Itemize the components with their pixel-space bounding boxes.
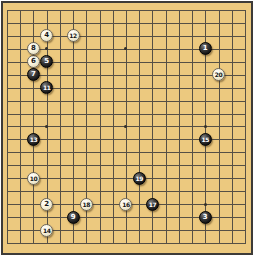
grid-cell bbox=[7, 191, 20, 204]
grid-cell bbox=[166, 139, 179, 152]
grid-cell bbox=[219, 139, 232, 152]
stone-move-number: 15 bbox=[202, 134, 210, 145]
stone-move-number: 10 bbox=[30, 173, 38, 184]
stone-move-number: 14 bbox=[43, 224, 51, 235]
grid-cell bbox=[205, 230, 218, 243]
grid-cell bbox=[152, 165, 165, 178]
grid-cell bbox=[219, 23, 232, 36]
grid-cell bbox=[179, 49, 192, 62]
grid-cell bbox=[232, 217, 245, 230]
stone-move-number: 11 bbox=[43, 82, 51, 93]
grid-cell bbox=[179, 204, 192, 217]
grid-cell bbox=[60, 101, 73, 114]
grid-cell bbox=[139, 139, 152, 152]
grid-cell bbox=[86, 62, 99, 75]
grid-cell bbox=[100, 10, 113, 23]
grid-cell bbox=[86, 23, 99, 36]
grid-cell bbox=[7, 88, 20, 101]
grid-cell bbox=[73, 139, 86, 152]
grid-cell bbox=[7, 165, 20, 178]
grid-cell bbox=[232, 10, 245, 23]
grid-cell bbox=[126, 23, 139, 36]
grid-cell bbox=[113, 178, 126, 191]
grid-cell bbox=[205, 23, 218, 36]
stone-move-number: 9 bbox=[71, 211, 76, 222]
stone-black-19[interactable]: 19 bbox=[133, 172, 146, 185]
grid-cell bbox=[100, 139, 113, 152]
grid-cell bbox=[205, 114, 218, 127]
grid-cell bbox=[113, 217, 126, 230]
grid-cell bbox=[7, 139, 20, 152]
grid-cell bbox=[219, 88, 232, 101]
grid-cell bbox=[126, 75, 139, 88]
grid-cell bbox=[205, 101, 218, 114]
grid-cell bbox=[60, 126, 73, 139]
grid-cell bbox=[232, 204, 245, 217]
star-point bbox=[204, 125, 207, 128]
grid-cell bbox=[126, 10, 139, 23]
grid-cell bbox=[192, 88, 205, 101]
grid-cell bbox=[20, 88, 33, 101]
grid-cell bbox=[166, 23, 179, 36]
stone-move-number: 8 bbox=[31, 43, 36, 54]
grid-cell bbox=[166, 36, 179, 49]
grid-cell bbox=[179, 230, 192, 243]
grid-cell bbox=[7, 217, 20, 230]
grid-cell bbox=[126, 36, 139, 49]
grid-cell bbox=[166, 230, 179, 243]
grid-cell bbox=[100, 230, 113, 243]
grid-cell bbox=[152, 88, 165, 101]
stone-white-12[interactable]: 12 bbox=[67, 29, 80, 42]
grid-cell bbox=[100, 217, 113, 230]
grid-cell bbox=[100, 101, 113, 114]
grid-cell bbox=[7, 36, 20, 49]
stone-move-number: 1 bbox=[203, 43, 208, 54]
grid-cell bbox=[152, 178, 165, 191]
grid-cell bbox=[73, 101, 86, 114]
grid-cell bbox=[205, 88, 218, 101]
go-board[interactable]: 1234567891011121314151617181920 bbox=[1, 1, 253, 255]
grid-cell bbox=[152, 139, 165, 152]
grid-cell bbox=[60, 191, 73, 204]
grid-cell bbox=[86, 139, 99, 152]
grid-cell bbox=[219, 126, 232, 139]
grid-cell bbox=[232, 178, 245, 191]
grid-cell bbox=[60, 75, 73, 88]
grid-cell bbox=[179, 75, 192, 88]
grid-cell bbox=[126, 152, 139, 165]
grid-cell bbox=[179, 126, 192, 139]
grid-cell bbox=[86, 88, 99, 101]
grid-cell bbox=[60, 49, 73, 62]
grid-cell bbox=[192, 10, 205, 23]
grid-cell bbox=[126, 88, 139, 101]
grid-cell bbox=[7, 178, 20, 191]
grid-cell bbox=[60, 114, 73, 127]
grid-cell bbox=[219, 36, 232, 49]
grid-cell bbox=[73, 230, 86, 243]
stone-white-14[interactable]: 14 bbox=[40, 224, 53, 237]
grid-cell bbox=[219, 114, 232, 127]
grid-cell bbox=[47, 101, 60, 114]
grid-cell bbox=[219, 10, 232, 23]
grid-cell bbox=[179, 191, 192, 204]
grid-cell bbox=[219, 204, 232, 217]
grid-cell bbox=[73, 152, 86, 165]
grid-cell bbox=[179, 36, 192, 49]
grid-cell bbox=[139, 36, 152, 49]
stone-black-3[interactable]: 3 bbox=[199, 211, 212, 224]
grid-cell bbox=[113, 62, 126, 75]
grid-cell bbox=[7, 126, 20, 139]
grid-cell bbox=[232, 191, 245, 204]
grid-cell bbox=[113, 10, 126, 23]
grid-cell bbox=[47, 139, 60, 152]
grid-cell bbox=[60, 230, 73, 243]
grid-cell bbox=[232, 152, 245, 165]
grid-cell bbox=[139, 217, 152, 230]
grid-cell bbox=[139, 23, 152, 36]
stone-move-number: 16 bbox=[122, 199, 130, 210]
grid-cell bbox=[166, 217, 179, 230]
grid-cell bbox=[232, 126, 245, 139]
grid-cell bbox=[126, 101, 139, 114]
grid-cell bbox=[20, 230, 33, 243]
grid-cell bbox=[73, 126, 86, 139]
grid-cell bbox=[219, 49, 232, 62]
grid-cell bbox=[166, 75, 179, 88]
grid-cell bbox=[152, 152, 165, 165]
grid-cell bbox=[100, 152, 113, 165]
grid-cell bbox=[232, 101, 245, 114]
grid-cell bbox=[47, 126, 60, 139]
grid-cell bbox=[179, 114, 192, 127]
grid-cell bbox=[33, 152, 46, 165]
grid-cell bbox=[86, 217, 99, 230]
grid-cell bbox=[113, 152, 126, 165]
grid-cell bbox=[20, 217, 33, 230]
grid-cell bbox=[139, 230, 152, 243]
grid-cell bbox=[100, 165, 113, 178]
grid-cell bbox=[179, 139, 192, 152]
grid-cell bbox=[60, 88, 73, 101]
grid-cell bbox=[152, 217, 165, 230]
grid-cell bbox=[179, 101, 192, 114]
stone-move-number: 18 bbox=[83, 199, 91, 210]
grid-cell bbox=[100, 75, 113, 88]
grid-cell bbox=[192, 75, 205, 88]
stone-move-number: 12 bbox=[69, 30, 77, 41]
stone-move-number: 2 bbox=[44, 199, 49, 210]
grid-cell bbox=[100, 114, 113, 127]
grid-cell bbox=[179, 23, 192, 36]
grid-cell bbox=[113, 126, 126, 139]
star-point bbox=[204, 203, 207, 206]
grid-cell bbox=[7, 204, 20, 217]
grid-cell bbox=[166, 126, 179, 139]
grid-cell bbox=[7, 10, 20, 23]
grid-cell bbox=[192, 62, 205, 75]
grid-cell bbox=[192, 152, 205, 165]
grid-cell bbox=[86, 165, 99, 178]
grid-cell bbox=[192, 23, 205, 36]
grid-cell bbox=[139, 152, 152, 165]
grid-cell bbox=[232, 75, 245, 88]
grid-cell bbox=[60, 10, 73, 23]
grid-cell bbox=[47, 165, 60, 178]
grid-cell bbox=[139, 62, 152, 75]
stone-move-number: 4 bbox=[44, 30, 49, 41]
stone-black-13[interactable]: 13 bbox=[27, 133, 40, 146]
grid-cell bbox=[73, 49, 86, 62]
grid-cell bbox=[33, 10, 46, 23]
grid-cell bbox=[86, 230, 99, 243]
stone-white-10[interactable]: 10 bbox=[27, 172, 40, 185]
grid-cell bbox=[166, 62, 179, 75]
grid-cell bbox=[232, 114, 245, 127]
grid-cell bbox=[60, 62, 73, 75]
grid-cell bbox=[152, 62, 165, 75]
stone-move-number: 19 bbox=[135, 173, 143, 184]
grid-cell bbox=[219, 230, 232, 243]
grid-cell bbox=[152, 114, 165, 127]
grid-cell bbox=[179, 10, 192, 23]
grid-cell bbox=[113, 75, 126, 88]
grid-cell bbox=[73, 62, 86, 75]
stone-move-number: 6 bbox=[31, 56, 36, 67]
grid-cell bbox=[73, 88, 86, 101]
grid-cell bbox=[152, 230, 165, 243]
stone-move-number: 20 bbox=[215, 69, 223, 80]
grid-cell bbox=[47, 152, 60, 165]
grid-cell bbox=[126, 139, 139, 152]
grid-cell bbox=[166, 204, 179, 217]
grid-cell bbox=[152, 10, 165, 23]
grid-cell bbox=[166, 88, 179, 101]
grid-cell bbox=[205, 191, 218, 204]
stone-white-2[interactable]: 2 bbox=[40, 198, 53, 211]
grid-cell bbox=[60, 178, 73, 191]
grid-cell bbox=[86, 126, 99, 139]
grid-cell bbox=[113, 230, 126, 243]
grid-cell bbox=[166, 101, 179, 114]
grid-cell bbox=[126, 49, 139, 62]
grid-cell bbox=[232, 23, 245, 36]
grid-cell bbox=[232, 139, 245, 152]
grid-cell bbox=[205, 152, 218, 165]
grid-cell bbox=[7, 101, 20, 114]
grid-cell bbox=[152, 101, 165, 114]
grid-cell bbox=[166, 152, 179, 165]
grid-cell bbox=[152, 126, 165, 139]
grid-cell bbox=[139, 101, 152, 114]
grid-cell bbox=[179, 217, 192, 230]
grid-cell bbox=[20, 23, 33, 36]
stone-black-9[interactable]: 9 bbox=[67, 211, 80, 224]
grid-cell bbox=[166, 114, 179, 127]
grid-cell bbox=[113, 23, 126, 36]
grid-cell bbox=[86, 10, 99, 23]
grid-cell bbox=[86, 152, 99, 165]
grid-cell bbox=[100, 88, 113, 101]
grid-cell bbox=[232, 230, 245, 243]
grid-cell bbox=[139, 49, 152, 62]
stone-black-17[interactable]: 17 bbox=[146, 198, 159, 211]
grid-cell bbox=[7, 152, 20, 165]
grid-cell bbox=[205, 178, 218, 191]
grid-cell bbox=[126, 217, 139, 230]
grid-cell bbox=[232, 36, 245, 49]
grid-cell bbox=[20, 191, 33, 204]
grid-cell bbox=[126, 62, 139, 75]
grid-cell bbox=[100, 62, 113, 75]
grid-cell bbox=[219, 217, 232, 230]
grid-cell bbox=[126, 230, 139, 243]
grid-cell bbox=[86, 178, 99, 191]
grid-cell bbox=[47, 178, 60, 191]
grid-cell bbox=[192, 230, 205, 243]
grid-cell bbox=[139, 88, 152, 101]
grid-cell bbox=[7, 114, 20, 127]
stone-move-number: 5 bbox=[44, 56, 49, 67]
grid-cell bbox=[86, 75, 99, 88]
grid-cell bbox=[86, 114, 99, 127]
grid-cell bbox=[7, 49, 20, 62]
grid-cell bbox=[20, 114, 33, 127]
grid-cell bbox=[126, 126, 139, 139]
grid-cell bbox=[166, 49, 179, 62]
stone-move-number: 7 bbox=[31, 69, 36, 80]
grid-cell bbox=[73, 165, 86, 178]
grid-cell bbox=[33, 101, 46, 114]
grid-cell bbox=[73, 178, 86, 191]
grid-cell bbox=[219, 191, 232, 204]
grid-cell bbox=[205, 165, 218, 178]
grid-cell bbox=[219, 178, 232, 191]
grid-cell bbox=[139, 10, 152, 23]
grid-cell bbox=[179, 62, 192, 75]
grid-cell bbox=[100, 36, 113, 49]
grid-cell bbox=[152, 49, 165, 62]
grid-cell bbox=[47, 114, 60, 127]
grid-cell bbox=[113, 139, 126, 152]
grid-cell bbox=[205, 10, 218, 23]
grid-cell bbox=[232, 49, 245, 62]
grid-cell bbox=[7, 62, 20, 75]
grid-cell bbox=[232, 62, 245, 75]
grid-cell bbox=[100, 126, 113, 139]
stone-black-15[interactable]: 15 bbox=[199, 133, 212, 146]
grid-cell bbox=[20, 152, 33, 165]
grid-cell bbox=[139, 126, 152, 139]
grid-cell bbox=[166, 178, 179, 191]
grid-cell bbox=[139, 75, 152, 88]
grid-cell bbox=[219, 165, 232, 178]
grid-cell bbox=[86, 36, 99, 49]
grid-cell bbox=[113, 101, 126, 114]
grid-cell bbox=[179, 178, 192, 191]
grid-cell bbox=[179, 88, 192, 101]
grid-cell bbox=[113, 165, 126, 178]
stone-move-number: 17 bbox=[149, 199, 157, 210]
grid-cell bbox=[113, 49, 126, 62]
grid-cell bbox=[86, 49, 99, 62]
grid-cell bbox=[47, 10, 60, 23]
grid-cell bbox=[166, 10, 179, 23]
grid-cell bbox=[60, 152, 73, 165]
grid-cell bbox=[192, 101, 205, 114]
grid-cell bbox=[192, 191, 205, 204]
grid-cell bbox=[100, 204, 113, 217]
grid-cell bbox=[86, 101, 99, 114]
grid-cell bbox=[192, 114, 205, 127]
grid-cell bbox=[179, 165, 192, 178]
grid-cell bbox=[60, 165, 73, 178]
grid-cell bbox=[73, 114, 86, 127]
grid-cell bbox=[152, 23, 165, 36]
grid-cell bbox=[100, 178, 113, 191]
grid-cell bbox=[139, 114, 152, 127]
stone-move-number: 3 bbox=[203, 211, 208, 222]
grid-cell bbox=[7, 75, 20, 88]
grid-cell bbox=[100, 23, 113, 36]
grid-cell bbox=[152, 36, 165, 49]
grid-cell bbox=[73, 75, 86, 88]
grid-cell bbox=[232, 165, 245, 178]
grid-cell bbox=[126, 114, 139, 127]
grid-cell bbox=[100, 49, 113, 62]
grid-cell bbox=[113, 88, 126, 101]
grid-cell bbox=[166, 191, 179, 204]
grid-cell bbox=[60, 139, 73, 152]
grid-cell bbox=[192, 165, 205, 178]
grid-cell bbox=[20, 204, 33, 217]
grid-cell bbox=[7, 23, 20, 36]
grid-cell bbox=[20, 10, 33, 23]
grid-cell bbox=[232, 88, 245, 101]
grid-cell bbox=[166, 165, 179, 178]
grid-cell bbox=[7, 230, 20, 243]
grid-cell bbox=[219, 101, 232, 114]
stone-move-number: 13 bbox=[30, 134, 38, 145]
grid-cell bbox=[20, 101, 33, 114]
grid-cell bbox=[100, 191, 113, 204]
grid-cell bbox=[192, 178, 205, 191]
grid-cell bbox=[179, 152, 192, 165]
stone-white-18[interactable]: 18 bbox=[80, 198, 93, 211]
grid-cell bbox=[219, 152, 232, 165]
grid-cell bbox=[152, 75, 165, 88]
grid-cell bbox=[73, 10, 86, 23]
